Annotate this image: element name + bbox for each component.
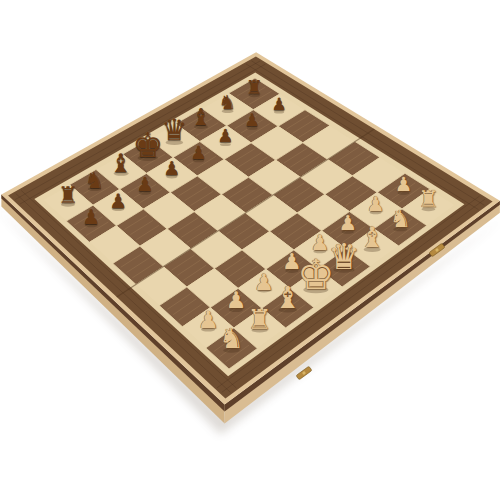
piece-white-pawn[interactable]: ♟ bbox=[198, 308, 219, 332]
piece-white-bishop[interactable]: ♝ bbox=[359, 224, 384, 252]
piece-black-pawn[interactable]: ♟ bbox=[109, 191, 127, 211]
piece-black-bishop[interactable]: ♝ bbox=[190, 106, 211, 130]
piece-black-king[interactable]: ♚ bbox=[132, 128, 163, 162]
piece-white-pawn[interactable]: ♟ bbox=[367, 194, 385, 214]
piece-black-pawn[interactable]: ♟ bbox=[82, 207, 100, 228]
piece-white-pawn[interactable]: ♟ bbox=[395, 175, 413, 195]
piece-black-bishop[interactable]: ♝ bbox=[110, 151, 133, 176]
piece-black-pawn[interactable]: ♟ bbox=[271, 96, 286, 113]
piece-black-rook[interactable]: ♜ bbox=[58, 184, 79, 207]
piece-white-king[interactable]: ♚ bbox=[297, 254, 334, 296]
piece-black-knight[interactable]: ♞ bbox=[219, 93, 237, 113]
piece-white-knight[interactable]: ♞ bbox=[390, 208, 411, 232]
piece-black-pawn[interactable]: ♟ bbox=[217, 128, 233, 146]
piece-white-pawn[interactable]: ♟ bbox=[254, 270, 274, 293]
piece-white-knight[interactable]: ♞ bbox=[219, 326, 244, 354]
piece-black-pawn[interactable]: ♟ bbox=[190, 143, 207, 162]
chess-board bbox=[0, 0, 500, 500]
piece-white-rook[interactable]: ♜ bbox=[247, 306, 271, 333]
piece-black-pawn[interactable]: ♟ bbox=[136, 175, 154, 195]
piece-black-pawn[interactable]: ♟ bbox=[244, 112, 260, 130]
piece-white-pawn[interactable]: ♟ bbox=[226, 289, 247, 312]
piece-white-rook[interactable]: ♜ bbox=[418, 188, 439, 211]
piece-black-pawn[interactable]: ♟ bbox=[163, 159, 180, 178]
piece-white-pawn[interactable]: ♟ bbox=[338, 213, 357, 234]
piece-black-queen[interactable]: ♛ bbox=[161, 116, 187, 145]
piece-white-bishop[interactable]: ♝ bbox=[274, 283, 302, 314]
piece-black-rook[interactable]: ♜ bbox=[246, 78, 263, 97]
product-photo-scene: ♜♞♟♝♟♛♟♚♟♝♟♞♟♟♜♜♟♟♟♞♟♝♟♛♟♚♟♝♟♟♜♞ bbox=[0, 0, 500, 500]
piece-black-knight[interactable]: ♞ bbox=[85, 169, 105, 191]
